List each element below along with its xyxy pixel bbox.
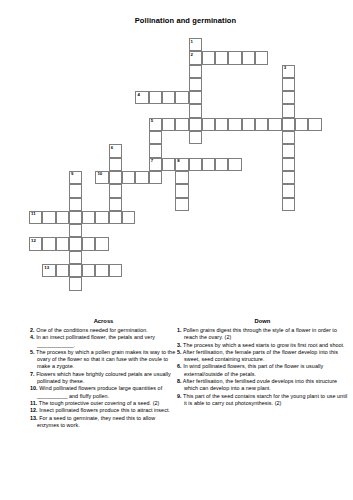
grid-cell-r4c11: [175, 91, 188, 104]
grid-cell-r2c19: 3: [282, 65, 295, 78]
grid-cell-r6c16: [242, 118, 255, 131]
grid-cell-r4c9: [149, 91, 162, 104]
clue-across-11: 11. The tough protective outer covering …: [30, 400, 177, 407]
clue-text: After fertilisation, the fertilised ovul…: [182, 378, 337, 391]
grid-cell-r8c19: [282, 144, 295, 157]
grid-cell-r13c7: [122, 211, 135, 224]
grid-cell-r9c14: [215, 158, 228, 171]
grid-cell-r14c3: [69, 224, 82, 237]
grid-cell-r1c14: [215, 51, 228, 64]
clue-text: Wind pollinated flowers produce large qu…: [37, 385, 162, 398]
grid-cell-r9c12: [189, 158, 202, 171]
clue-down-6: 6. In wind pollinated flowers, this part…: [177, 363, 348, 378]
cell-number-7: 7: [151, 159, 153, 163]
clue-text: The process by which a pollen grain make…: [35, 349, 176, 370]
down-header: Down: [177, 318, 348, 324]
grid-cell-r6c12: [189, 118, 202, 131]
grid-cell-r12c6: [109, 198, 122, 211]
grid-cell-r17c5: [95, 264, 108, 277]
crossword-grid: 12345768910111213: [29, 38, 322, 291]
grid-cell-r12c11: [175, 198, 188, 211]
clue-text: In wind pollinated flowers, this part of…: [182, 363, 324, 376]
grid-cell-r3c19: [282, 78, 295, 91]
grid-cell-r13c3: [69, 211, 82, 224]
clue-text: The tough protective outer covering of a…: [37, 400, 159, 406]
across-clues-list: 2. One of the conditions needed for germ…: [30, 327, 177, 429]
grid-cell-r6c13: [202, 118, 215, 131]
cell-number-4: 4: [137, 93, 139, 97]
grid-cell-r17c2: [56, 264, 69, 277]
grid-cell-r6c21: [308, 118, 321, 131]
grid-cell-r9c19: [282, 158, 295, 171]
grid-cell-r11c11: [175, 184, 188, 197]
cell-number-6: 6: [111, 146, 113, 150]
cell-number-13: 13: [44, 266, 49, 270]
grid-cell-r2c12: [189, 65, 202, 78]
clue-down-5: 5. After fertilisation, the female parts…: [177, 349, 348, 364]
page-title: Pollination and germination: [0, 16, 353, 25]
down-clues-list: 1. Pollen grains digest this through the…: [177, 327, 348, 407]
grid-cell-r13c4: [82, 211, 95, 224]
grid-cell-r17c3: [69, 264, 82, 277]
grid-cell-r6c11: [175, 118, 188, 131]
grid-cell-r10c6: [109, 171, 122, 184]
grid-cell-r13c6: [109, 211, 122, 224]
grid-cell-r15c0: 12: [29, 237, 42, 250]
cell-number-11: 11: [31, 212, 36, 216]
clue-across-10: 10. Wind pollinated flowers produce larg…: [30, 385, 177, 400]
grid-cell-r0c12: 1: [189, 38, 202, 51]
grid-cell-r4c19: [282, 91, 295, 104]
grid-cell-r10c9: [149, 171, 162, 184]
clue-number: 13.: [30, 415, 38, 421]
grid-cell-r18c3: [69, 277, 82, 290]
grid-cell-r11c6: [109, 184, 122, 197]
grid-cell-r10c7: [122, 171, 135, 184]
grid-cell-r10c3: 9: [69, 171, 82, 184]
grid-cell-r9c10: [162, 158, 175, 171]
clue-text: For a seed to germinate, they need this …: [37, 415, 155, 428]
grid-cell-r8c9: [149, 144, 162, 157]
clue-number: 12.: [30, 407, 38, 413]
cell-number-1: 1: [191, 40, 193, 44]
grid-cell-r13c5: [95, 211, 108, 224]
clue-across-4: 4. In an insect pollinated flower, the p…: [30, 334, 177, 349]
clue-down-8: 8. After fertilisation, the fertilised o…: [177, 378, 348, 393]
grid-cell-r6c20: [295, 118, 308, 131]
grid-cell-r9c13: [202, 158, 215, 171]
grid-cell-r17c4: [82, 264, 95, 277]
clue-text: The process by which a seed starts to gr…: [182, 342, 345, 348]
cell-number-8: 8: [177, 159, 179, 163]
cell-number-10: 10: [97, 172, 102, 176]
grid-cell-r10c8: [135, 171, 148, 184]
grid-cell-r13c0: 11: [29, 211, 42, 224]
grid-cell-r6c19: [282, 118, 295, 131]
grid-cell-r5c19: [282, 104, 295, 117]
grid-cell-r12c3: [69, 198, 82, 211]
grid-cell-r13c2: [56, 211, 69, 224]
clue-across-2: 2. One of the conditions needed for germ…: [30, 327, 177, 334]
clue-down-3: 3. The process by which a seed starts to…: [177, 342, 348, 349]
cell-number-3: 3: [284, 66, 286, 70]
grid-cell-r4c12: [189, 91, 202, 104]
grid-cell-r11c19: [282, 184, 295, 197]
clue-text: Pollen grains digest this through the st…: [182, 327, 337, 340]
clue-text: Insect pollinated flowers produce this t…: [38, 407, 170, 413]
cell-number-2: 2: [191, 53, 193, 57]
grid-cell-r13c1: [42, 211, 55, 224]
clue-across-12: 12. Insect pollinated flowers produce th…: [30, 407, 177, 414]
across-clues-section: Across 2. One of the conditions needed f…: [30, 318, 177, 429]
grid-cell-r16c3: [69, 251, 82, 264]
clue-down-9: 9. This part of the seed contains starch…: [177, 393, 348, 408]
cell-number-12: 12: [31, 239, 36, 243]
grid-cell-r12c19: [282, 198, 295, 211]
grid-cell-r1c15: [228, 51, 241, 64]
clue-text: After fertilisation, the female parts of…: [182, 349, 338, 362]
grid-cell-r5c12: [189, 104, 202, 117]
grid-cell-r1c13: [202, 51, 215, 64]
clue-text: One of the conditions needed for germina…: [35, 327, 148, 333]
grid-cell-r4c10: [162, 91, 175, 104]
grid-cell-r17c1: 13: [42, 264, 55, 277]
grid-cell-r15c1: [42, 237, 55, 250]
grid-cell-r15c5: [95, 237, 108, 250]
grid-cell-r3c12: [189, 78, 202, 91]
grid-cell-r7c12: [189, 131, 202, 144]
cell-number-9: 9: [71, 172, 73, 176]
grid-cell-r15c4: [82, 237, 95, 250]
clue-text: In an insect pollinated flower, the peta…: [35, 334, 155, 347]
grid-cell-r1c17: [255, 51, 268, 64]
grid-cell-r4c8: 4: [135, 91, 148, 104]
grid-cell-r9c11: 8: [175, 158, 188, 171]
grid-cell-r10c5: 10: [95, 171, 108, 184]
grid-cell-r6c17: [255, 118, 268, 131]
grid-cell-r9c15: [228, 158, 241, 171]
grid-cell-r6c14: [215, 118, 228, 131]
grid-cell-r10c19: [282, 171, 295, 184]
grid-cell-r15c2: [56, 237, 69, 250]
clue-number: 10.: [30, 385, 38, 391]
clue-down-1: 1. Pollen grains digest this through the…: [177, 327, 348, 342]
grid-cell-r8c6: 6: [109, 144, 122, 157]
clue-across-5: 5. The process by which a pollen grain m…: [30, 349, 177, 371]
grid-cell-r15c3: [69, 237, 82, 250]
grid-cell-r6c9: 5: [149, 118, 162, 131]
grid-cell-r6c15: [228, 118, 241, 131]
grid-cell-r7c19: [282, 131, 295, 144]
down-clues-section: Down 1. Pollen grains digest this throug…: [177, 318, 348, 407]
cell-number-5: 5: [151, 119, 153, 123]
grid-cell-r9c6: [109, 158, 122, 171]
grid-cell-r11c3: [69, 184, 82, 197]
clue-text: This part of the seed contains starch fo…: [182, 393, 348, 406]
grid-cell-r1c12: 2: [189, 51, 202, 64]
clue-text: Flowers which have brightly coloured pet…: [35, 371, 171, 384]
grid-cell-r1c16: [242, 51, 255, 64]
grid-cell-r9c9: 7: [149, 158, 162, 171]
clue-across-7: 7. Flowers which have brightly coloured …: [30, 371, 177, 386]
clue-across-13: 13. For a seed to germinate, they need t…: [30, 415, 177, 430]
grid-cell-r6c10: [162, 118, 175, 131]
across-header: Across: [30, 318, 177, 324]
grid-cell-r17c6: [109, 264, 122, 277]
grid-cell-r6c18: [268, 118, 281, 131]
grid-cell-r7c9: [149, 131, 162, 144]
grid-cell-r10c11: [175, 171, 188, 184]
